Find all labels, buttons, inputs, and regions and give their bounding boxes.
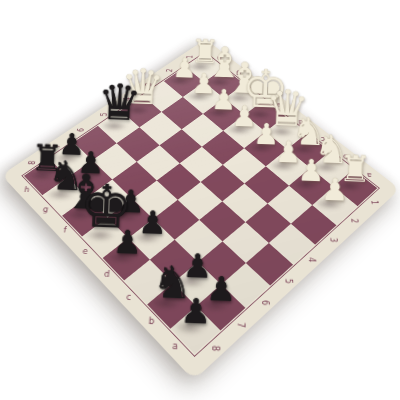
rank-label-far-5: 5 [101,112,109,116]
square-g2[interactable] [183,82,224,113]
square-f3[interactable] [182,113,224,146]
file-label-near-g: g [43,206,50,213]
square-h1[interactable] [185,53,224,82]
square-f2[interactable] [203,98,244,130]
white-queen-glyph: ♛ [113,62,171,112]
white-queen-glyph: ♛ [258,82,317,133]
file-label-near-d: d [104,270,110,278]
white-bishop-glyph: ♝ [197,41,253,84]
file-label-far-e: e [277,101,282,107]
file-label-near-e: e [83,248,89,256]
rank-label-far-3: 3 [145,82,153,86]
square-g3[interactable] [162,97,203,129]
white-rook-glyph: ♜ [178,35,232,69]
file-label-far-f: f [257,85,260,91]
black-queen-glyph: ♛ [90,76,149,127]
photo-stage: hhggffeeddccbbaa1122334455667788♜♝♝♚♛♞♞♜… [0,0,400,400]
rank-label-near-6: 6 [259,299,268,305]
white-pawn-glyph: ♟ [196,85,253,115]
file-label-far-d: d [298,118,303,124]
rank-label-near-4: 4 [306,257,315,262]
square-e4[interactable] [180,146,223,182]
file-label-near-c: c [126,293,132,301]
square-g4[interactable] [140,112,182,145]
camera-tilt: hhggffeeddccbbaa1122334455667788♜♝♝♚♛♞♞♜… [0,0,400,400]
rank-label-near-5: 5 [283,278,292,283]
white-pawn-glyph: ♟ [157,54,212,83]
square-f4[interactable] [159,129,202,163]
square-g5[interactable] [117,127,160,161]
square-h3[interactable] [143,81,184,112]
white-bishop-glyph: ♝ [217,56,273,100]
white-king-glyph: ♚ [237,62,295,116]
square-d1[interactable] [265,116,307,149]
file-label-near-h: h [24,186,31,193]
rank-label-far-1: 1 [187,55,194,59]
black-pawn-glyph: ♟ [94,225,160,260]
file-label-far-g: g [236,70,241,75]
square-f1[interactable] [224,84,265,115]
white-pawn-glyph: ♟ [216,102,274,132]
rank-label-near-1: 1 [369,200,378,205]
white-pawn-glyph: ♟ [304,174,366,207]
rank-label-far-4: 4 [123,97,131,101]
rank-label-far-2: 2 [167,68,174,72]
rank-label-far-6: 6 [77,128,85,132]
square-h5[interactable] [98,110,140,143]
white-knight-glyph: ♞ [280,111,339,152]
square-f5[interactable] [136,145,179,180]
file-label-far-c: c [321,135,326,141]
rank-label-near-3: 3 [328,237,337,242]
square-h4[interactable] [121,95,162,127]
rank-label-near-2: 2 [349,218,358,223]
file-label-near-f: f [63,227,67,234]
white-pawn-glyph: ♟ [237,119,296,150]
square-e3[interactable] [202,130,245,164]
file-label-near-a: a [173,342,179,351]
square-d3[interactable] [223,148,266,184]
square-g1[interactable] [204,68,244,98]
file-label-near-b: b [149,317,155,326]
board-mat: hhggffeeddccbbaa1122334455667788♜♝♝♚♛♞♞♜… [1,39,400,380]
square-e2[interactable] [223,115,265,148]
square-h2[interactable] [164,67,204,97]
rank-label-near-8: 8 [209,345,218,351]
file-label-far-h: h [217,55,222,60]
square-e1[interactable] [244,100,285,132]
rank-label-near-7: 7 [235,322,244,328]
black-pawn-glyph: ♟ [161,294,231,331]
white-pawn-glyph: ♟ [176,69,232,98]
